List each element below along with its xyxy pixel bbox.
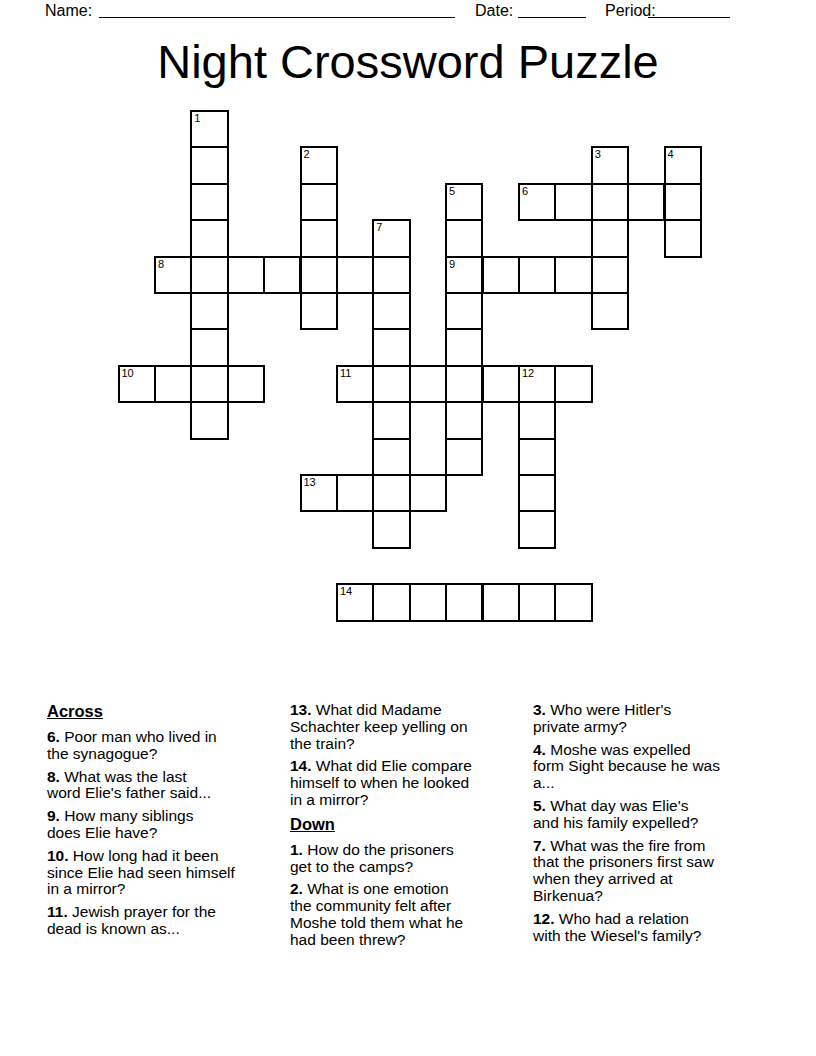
clue-number-label: 2. <box>290 880 303 897</box>
grid-cell-r4c2[interactable] <box>190 256 228 294</box>
grid-cell-r3c7[interactable]: 7 <box>372 219 410 257</box>
grid-cell-r2c2[interactable] <box>190 183 228 221</box>
clue-14: 14. What did Elie comparehimself to when… <box>290 758 532 808</box>
grid-cell-r3c5[interactable] <box>300 219 338 257</box>
grid-cell-r13c10[interactable] <box>482 583 520 621</box>
grid-cell-r8c11[interactable] <box>518 401 556 439</box>
grid-cell-r7c7[interactable] <box>372 365 410 403</box>
clue-12: 12. Who had a relationwith the Wiesel's … <box>533 911 775 945</box>
grid-cell-r7c3[interactable] <box>227 365 265 403</box>
grid-cell-r6c7[interactable] <box>372 328 410 366</box>
grid-cell-r7c12[interactable] <box>554 365 592 403</box>
grid-cell-r5c13[interactable] <box>591 292 629 330</box>
date-blank-line[interactable] <box>518 2 586 18</box>
grid-cell-r10c6[interactable] <box>336 474 374 512</box>
grid-cell-r4c11[interactable] <box>518 256 556 294</box>
cell-number-8: 8 <box>158 258 164 271</box>
grid-cell-r5c2[interactable] <box>190 292 228 330</box>
grid-cell-r8c7[interactable] <box>372 401 410 439</box>
grid-cell-r7c0[interactable]: 10 <box>118 365 156 403</box>
grid-cell-r1c13[interactable]: 3 <box>591 146 629 184</box>
period-blank-line[interactable] <box>648 2 730 18</box>
clue-number-label: 6. <box>47 728 60 745</box>
grid-cell-r4c9[interactable]: 9 <box>445 256 483 294</box>
clue-number-label: 3. <box>533 701 546 718</box>
grid-cell-r13c6[interactable]: 14 <box>336 583 374 621</box>
grid-cell-r5c5[interactable] <box>300 292 338 330</box>
clue-6: 6. Poor man who lived inthe synagogue? <box>47 729 289 763</box>
clue-13: 13. What did MadameSchachter keep yellin… <box>290 702 532 752</box>
cell-number-13: 13 <box>304 476 316 489</box>
grid-cell-r7c10[interactable] <box>482 365 520 403</box>
cell-number-11: 11 <box>340 367 351 380</box>
clue-column-2: 13. What did MadameSchachter keep yellin… <box>290 702 532 955</box>
clue-4: 4. Moshe was expelledform Sight because … <box>533 742 775 792</box>
grid-cell-r7c8[interactable] <box>409 365 447 403</box>
crossword-grid: 1234567891011121314 <box>118 110 703 622</box>
grid-cell-r4c10[interactable] <box>482 256 520 294</box>
clue-number-label: 12. <box>533 910 555 927</box>
grid-cell-r13c8[interactable] <box>409 583 447 621</box>
grid-cell-r11c11[interactable] <box>518 510 556 548</box>
grid-cell-r1c5[interactable]: 2 <box>300 146 338 184</box>
cell-number-5: 5 <box>449 185 455 198</box>
grid-cell-r0c2[interactable]: 1 <box>190 110 228 148</box>
cell-number-6: 6 <box>522 185 528 198</box>
grid-cell-r4c4[interactable] <box>263 256 301 294</box>
clue-7: 7. What was the fire fromthat the prison… <box>533 838 775 905</box>
clue-section-header-across: Across <box>47 702 289 721</box>
clue-number-label: 9. <box>47 807 60 824</box>
clue-3: 3. Who were Hitler'sprivate army? <box>533 702 775 736</box>
cell-number-4: 4 <box>668 148 674 161</box>
grid-cell-r7c2[interactable] <box>190 365 228 403</box>
grid-cell-r2c13[interactable] <box>591 183 629 221</box>
grid-cell-r10c8[interactable] <box>409 474 447 512</box>
grid-cell-r13c11[interactable] <box>518 583 556 621</box>
cell-number-12: 12 <box>522 367 534 380</box>
clue-number-label: 7. <box>533 837 546 854</box>
grid-cell-r9c11[interactable] <box>518 438 556 476</box>
grid-cell-r10c7[interactable] <box>372 474 410 512</box>
grid-cell-r13c7[interactable] <box>372 583 410 621</box>
grid-cell-r4c1[interactable]: 8 <box>154 256 192 294</box>
clue-9: 9. How many siblingsdoes Elie have? <box>47 808 289 842</box>
grid-cell-r5c9[interactable] <box>445 292 483 330</box>
cell-number-3: 3 <box>595 148 601 161</box>
grid-cell-r4c12[interactable] <box>554 256 592 294</box>
cell-number-2: 2 <box>304 148 310 161</box>
clue-8: 8. What was the lastword Elie's father s… <box>47 769 289 803</box>
clue-column-1: Across6. Poor man who lived inthe synago… <box>47 702 289 944</box>
grid-cell-r2c12[interactable] <box>554 183 592 221</box>
clue-number-label: 1. <box>290 841 303 858</box>
clue-number-label: 11. <box>47 903 68 920</box>
grid-cell-r4c7[interactable] <box>372 256 410 294</box>
grid-cell-r7c6[interactable]: 11 <box>336 365 374 403</box>
grid-cell-r6c9[interactable] <box>445 328 483 366</box>
clue-number-label: 13. <box>290 701 312 718</box>
grid-cell-r2c5[interactable] <box>300 183 338 221</box>
grid-cell-r3c13[interactable] <box>591 219 629 257</box>
grid-cell-r3c9[interactable] <box>445 219 483 257</box>
cell-number-7: 7 <box>376 221 382 234</box>
clue-number-label: 14. <box>290 757 312 774</box>
clue-number-label: 8. <box>47 768 60 785</box>
grid-cell-r3c2[interactable] <box>190 219 228 257</box>
grid-cell-r2c9[interactable]: 5 <box>445 183 483 221</box>
grid-cell-r11c7[interactable] <box>372 510 410 548</box>
grid-cell-r4c6[interactable] <box>336 256 374 294</box>
clue-11: 11. Jewish prayer for thedead is known a… <box>47 904 289 938</box>
grid-cell-r8c2[interactable] <box>190 401 228 439</box>
grid-cell-r5c7[interactable] <box>372 292 410 330</box>
grid-cell-r10c11[interactable] <box>518 474 556 512</box>
name-blank-line[interactable] <box>99 2 455 18</box>
grid-cell-r7c1[interactable] <box>154 365 192 403</box>
grid-cell-r2c15[interactable] <box>664 183 702 221</box>
grid-cell-r3c15[interactable] <box>664 219 702 257</box>
grid-cell-r4c13[interactable] <box>591 256 629 294</box>
clue-column-3: 3. Who were Hitler'sprivate army?4. Mosh… <box>533 702 775 950</box>
grid-cell-r13c9[interactable] <box>445 583 483 621</box>
clue-number-label: 5. <box>533 797 546 814</box>
cell-number-9: 9 <box>449 258 455 271</box>
grid-cell-r9c7[interactable] <box>372 438 410 476</box>
cell-number-1: 1 <box>194 112 200 125</box>
cell-number-10: 10 <box>122 367 134 380</box>
clue-number-label: 10. <box>47 847 69 864</box>
grid-cell-r4c3[interactable] <box>227 256 265 294</box>
name-label: Name: <box>45 3 92 19</box>
date-label: Date: <box>475 3 513 19</box>
grid-cell-r2c14[interactable] <box>627 183 665 221</box>
cell-number-14: 14 <box>340 585 352 598</box>
grid-cell-r7c11[interactable]: 12 <box>518 365 556 403</box>
clue-10: 10. How long had it beensince Elie had s… <box>47 848 289 898</box>
page-title: Night Crossword Puzzle <box>0 36 816 88</box>
grid-cell-r9c9[interactable] <box>445 438 483 476</box>
clue-1: 1. How do the prisonersget to the camps? <box>290 842 532 876</box>
clue-section-header-down: Down <box>290 815 532 834</box>
grid-cell-r13c12[interactable] <box>554 583 592 621</box>
clue-2: 2. What is one emotionthe community felt… <box>290 881 532 948</box>
grid-cell-r7c9[interactable] <box>445 365 483 403</box>
clue-number-label: 4. <box>533 741 546 758</box>
grid-cell-r10c5[interactable]: 13 <box>300 474 338 512</box>
grid-cell-r1c2[interactable] <box>190 146 228 184</box>
grid-cell-r2c11[interactable]: 6 <box>518 183 556 221</box>
clue-5: 5. What day was Elie'sand his family exp… <box>533 798 775 832</box>
grid-cell-r8c9[interactable] <box>445 401 483 439</box>
grid-cell-r6c2[interactable] <box>190 328 228 366</box>
grid-cell-r4c5[interactable] <box>300 256 338 294</box>
grid-cell-r1c15[interactable]: 4 <box>664 146 702 184</box>
